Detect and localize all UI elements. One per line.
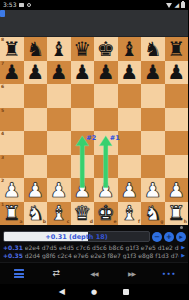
rank-label: 6	[1, 85, 4, 90]
clock-time: 3:53	[3, 0, 16, 10]
square-c4[interactable]	[47, 131, 71, 155]
white-pawn[interactable]: ♟	[24, 178, 48, 202]
square-g3[interactable]	[141, 155, 165, 179]
square-b1[interactable]: b♞	[24, 202, 48, 226]
black-pawn[interactable]: ♟	[0, 61, 24, 85]
square-b3[interactable]	[24, 155, 48, 179]
square-a5[interactable]: 5	[0, 108, 24, 132]
chess-board: 8♜♞♝♛♚♝♞♜7♟♟♟♟♟♟♟♟65432♟♟♟♟♟♟♟♟1a♜b♞c♝d♛…	[0, 37, 188, 225]
engine-line-2-eval: +0.35	[3, 252, 23, 259]
rewind-button[interactable]: ◀◀	[84, 266, 104, 282]
square-g4[interactable]	[141, 131, 165, 155]
square-a4[interactable]: 4	[0, 131, 24, 155]
square-b7[interactable]: ♟	[24, 61, 48, 85]
square-f2[interactable]: ♟	[118, 178, 142, 202]
engine-line-1-moves: e2e4 d7d5 e4d5 c7c6 d5c6 b8c6 g1f3 e7e5 …	[25, 244, 179, 251]
square-c2[interactable]: ♟	[47, 178, 71, 202]
white-rook[interactable]: ♜	[165, 202, 189, 226]
square-f5[interactable]	[118, 108, 142, 132]
square-a1[interactable]: 1a♜	[0, 202, 24, 226]
square-b6[interactable]	[24, 84, 48, 108]
white-knight[interactable]: ♞	[24, 202, 48, 226]
square-h3[interactable]	[165, 155, 189, 179]
drag-dot-icon	[180, 226, 183, 229]
app-toolbar: ⇄ ◀◀ ▶▶ •••	[0, 262, 188, 284]
square-c6[interactable]	[47, 84, 71, 108]
square-a7[interactable]: 7♟	[0, 61, 24, 85]
black-king[interactable]: ♚	[94, 37, 118, 61]
engine-line-1[interactable]: +0.31 e2e4 d7d5 e4d5 c7c6 d5c6 b8c6 g1f3…	[0, 243, 188, 251]
square-a6[interactable]: 6	[0, 84, 24, 108]
rank-label: 4	[1, 132, 4, 137]
square-g1[interactable]: g♞	[141, 202, 165, 226]
square-g5[interactable]	[141, 108, 165, 132]
square-f1[interactable]: f♝	[118, 202, 142, 226]
notification-icon	[19, 3, 24, 7]
square-g6[interactable]	[141, 84, 165, 108]
black-pawn[interactable]: ♟	[47, 61, 71, 85]
square-g7[interactable]: ♟	[141, 61, 165, 85]
square-c8[interactable]: ♝	[47, 37, 71, 61]
square-c1[interactable]: c♝	[47, 202, 71, 226]
square-g8[interactable]: ♞	[141, 37, 165, 61]
rank-label: 3	[1, 156, 4, 161]
white-queen[interactable]: ♛	[71, 202, 95, 226]
engine-play-button[interactable]: ▸	[176, 232, 186, 242]
black-pawn[interactable]: ♟	[24, 61, 48, 85]
menu-button[interactable]	[9, 266, 29, 282]
signal-icon: ◢	[174, 2, 179, 8]
square-e1[interactable]: e♚	[94, 202, 118, 226]
wifi-icon	[166, 3, 172, 8]
square-h8[interactable]: ♜	[165, 37, 189, 61]
status-bar: 3:53 ◢	[0, 0, 188, 10]
white-king[interactable]: ♚	[94, 202, 118, 226]
square-c3[interactable]	[47, 155, 71, 179]
square-c7[interactable]: ♟	[47, 61, 71, 85]
square-g2[interactable]: ♟	[141, 178, 165, 202]
black-knight[interactable]: ♞	[141, 37, 165, 61]
square-b4[interactable]	[24, 131, 48, 155]
square-h6[interactable]	[165, 84, 189, 108]
square-h1[interactable]: h♜	[165, 202, 189, 226]
square-d6[interactable]	[71, 84, 95, 108]
black-pawn[interactable]: ♟	[118, 61, 142, 85]
square-d3[interactable]	[71, 155, 95, 179]
white-bishop[interactable]: ♝	[47, 202, 71, 226]
side-panel-handle[interactable]	[0, 10, 5, 17]
square-h5[interactable]	[165, 108, 189, 132]
square-f4[interactable]	[118, 131, 142, 155]
engine-line-2-moves: d2d4 g8f6 c2c4 e7e6 e2e3 f8e7 g1f3 e8g8 …	[25, 252, 179, 259]
more-options-button[interactable]: •••	[159, 266, 179, 282]
square-d7[interactable]: ♟	[71, 61, 95, 85]
square-e3[interactable]	[94, 155, 118, 179]
engine-line-2-expand-icon[interactable]: ▶	[181, 252, 185, 258]
white-knight[interactable]: ♞	[141, 202, 165, 226]
square-d5[interactable]	[71, 108, 95, 132]
back-button[interactable]: ◀	[59, 288, 65, 296]
square-b2[interactable]: ♟	[24, 178, 48, 202]
square-e5[interactable]	[94, 108, 118, 132]
home-button[interactable]: ●	[91, 289, 97, 296]
square-a3[interactable]: 3	[0, 155, 24, 179]
square-b5[interactable]	[24, 108, 48, 132]
square-f8[interactable]: ♝	[118, 37, 142, 61]
square-e7[interactable]: ♟	[94, 61, 118, 85]
engine-increase-button[interactable]: +	[164, 232, 174, 242]
engine-line-2[interactable]: +0.35 d2d4 g8f6 c2c4 e7e6 e2e3 f8e7 g1f3…	[0, 251, 188, 259]
rank-label: 5	[1, 109, 4, 114]
black-pawn[interactable]: ♟	[71, 61, 95, 85]
square-d2[interactable]: ♟	[71, 178, 95, 202]
alarm-icon	[27, 3, 31, 7]
white-pawn[interactable]: ♟	[0, 178, 24, 202]
square-d4[interactable]	[71, 131, 95, 155]
black-bishop[interactable]: ♝	[47, 37, 71, 61]
recents-button[interactable]	[123, 289, 129, 295]
white-pawn[interactable]: ♟	[141, 178, 165, 202]
square-e6[interactable]	[94, 84, 118, 108]
black-pawn[interactable]: ♟	[165, 61, 189, 85]
hamburger-icon	[14, 269, 24, 278]
square-h7[interactable]: ♟	[165, 61, 189, 85]
square-c5[interactable]	[47, 108, 71, 132]
analysis-panel: +0.31 (depth 18) − + ▸ +0.31 e2e4 d7d5 e…	[0, 225, 188, 262]
status-right-icons: ◢	[166, 2, 185, 8]
android-nav-bar: ◀ ●	[0, 284, 188, 300]
black-pawn[interactable]: ♟	[141, 61, 165, 85]
black-rook[interactable]: ♜	[165, 37, 189, 61]
square-e2[interactable]: ♟	[94, 178, 118, 202]
square-a8[interactable]: 8♜	[0, 37, 24, 61]
evaluation-bar[interactable]: +0.31 (depth 18)	[3, 231, 150, 242]
app-top-strip	[0, 10, 188, 37]
white-pawn[interactable]: ♟	[94, 178, 118, 202]
white-pawn[interactable]: ♟	[47, 178, 71, 202]
square-a2[interactable]: 2♟	[0, 178, 24, 202]
forward-button[interactable]: ▶▶	[122, 266, 142, 282]
white-bishop[interactable]: ♝	[118, 202, 142, 226]
black-queen[interactable]: ♛	[71, 37, 95, 61]
black-pawn[interactable]: ♟	[94, 61, 118, 85]
white-pawn[interactable]: ♟	[71, 178, 95, 202]
white-pawn[interactable]: ♟	[165, 178, 189, 202]
square-d8[interactable]: ♛	[71, 37, 95, 61]
square-h4[interactable]	[165, 131, 189, 155]
black-knight[interactable]: ♞	[24, 37, 48, 61]
square-e4[interactable]	[94, 131, 118, 155]
evaluation-text: +0.31 (depth 18)	[4, 232, 149, 241]
white-rook[interactable]: ♜	[0, 202, 24, 226]
engine-line-1-expand-icon[interactable]: ▶	[181, 244, 185, 250]
square-b8[interactable]: ♞	[24, 37, 48, 61]
square-d1[interactable]: d♛	[71, 202, 95, 226]
square-h2[interactable]: ♟	[165, 178, 189, 202]
square-f7[interactable]: ♟	[118, 61, 142, 85]
square-f3[interactable]	[118, 155, 142, 179]
black-bishop[interactable]: ♝	[118, 37, 142, 61]
flip-board-button[interactable]: ⇄	[46, 266, 66, 282]
white-pawn[interactable]: ♟	[118, 178, 142, 202]
square-e8[interactable]: ♚	[94, 37, 118, 61]
black-rook[interactable]: ♜	[0, 37, 24, 61]
battery-icon	[181, 2, 185, 8]
engine-line-1-eval: +0.31	[3, 244, 23, 251]
engine-decrease-button[interactable]: −	[152, 232, 162, 242]
square-f6[interactable]	[118, 84, 142, 108]
